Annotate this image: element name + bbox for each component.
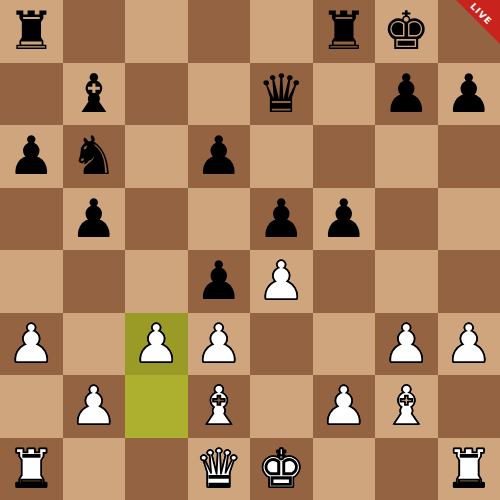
- square-g8[interactable]: ♚: [375, 0, 438, 63]
- square-c3[interactable]: ♟: [125, 313, 188, 376]
- white-pawn-icon[interactable]: ♟: [70, 375, 118, 438]
- black-rook-icon[interactable]: ♜: [7, 0, 55, 63]
- square-f1[interactable]: [313, 438, 376, 500]
- black-pawn-icon[interactable]: ♟: [195, 125, 243, 188]
- square-e6[interactable]: [250, 125, 313, 188]
- square-g5[interactable]: [375, 188, 438, 251]
- square-g4[interactable]: [375, 250, 438, 313]
- square-d1[interactable]: ♛: [188, 438, 251, 500]
- square-g6[interactable]: [375, 125, 438, 188]
- square-e1[interactable]: ♚: [250, 438, 313, 500]
- black-pawn-icon[interactable]: ♟: [195, 250, 243, 313]
- square-a7[interactable]: [0, 63, 63, 126]
- square-b7[interactable]: ♝: [63, 63, 126, 126]
- square-d4[interactable]: ♟: [188, 250, 251, 313]
- square-h6[interactable]: [438, 125, 500, 188]
- white-pawn-icon[interactable]: ♟: [7, 313, 55, 376]
- square-h1[interactable]: ♜: [438, 438, 500, 500]
- square-a2[interactable]: [0, 375, 63, 438]
- black-pawn-icon[interactable]: ♟: [7, 125, 55, 188]
- square-c4[interactable]: [125, 250, 188, 313]
- white-queen-icon[interactable]: ♛: [195, 438, 243, 500]
- white-rook-icon[interactable]: ♜: [445, 438, 493, 500]
- square-a6[interactable]: ♟: [0, 125, 63, 188]
- square-g2[interactable]: ♝: [375, 375, 438, 438]
- square-f8[interactable]: ♜: [313, 0, 376, 63]
- square-h3[interactable]: ♟: [438, 313, 500, 376]
- square-b8[interactable]: [63, 0, 126, 63]
- square-f5[interactable]: ♟: [313, 188, 376, 251]
- square-e7[interactable]: ♛: [250, 63, 313, 126]
- square-e3[interactable]: [250, 313, 313, 376]
- square-c1[interactable]: [125, 438, 188, 500]
- black-pawn-icon[interactable]: ♟: [320, 188, 368, 251]
- square-f4[interactable]: [313, 250, 376, 313]
- black-bishop-icon[interactable]: ♝: [70, 63, 118, 126]
- white-pawn-icon[interactable]: ♟: [320, 375, 368, 438]
- square-a8[interactable]: ♜: [0, 0, 63, 63]
- white-rook-icon[interactable]: ♜: [7, 438, 55, 500]
- square-g3[interactable]: ♟: [375, 313, 438, 376]
- square-g7[interactable]: ♟: [375, 63, 438, 126]
- square-b3[interactable]: [63, 313, 126, 376]
- square-f7[interactable]: [313, 63, 376, 126]
- white-pawn-icon[interactable]: ♟: [445, 313, 493, 376]
- square-e2[interactable]: [250, 375, 313, 438]
- square-b1[interactable]: [63, 438, 126, 500]
- square-h4[interactable]: [438, 250, 500, 313]
- square-b6[interactable]: ♞: [63, 125, 126, 188]
- square-d7[interactable]: [188, 63, 251, 126]
- black-king-icon[interactable]: ♚: [382, 0, 430, 63]
- black-knight-icon[interactable]: ♞: [70, 125, 118, 188]
- square-a5[interactable]: [0, 188, 63, 251]
- square-d2[interactable]: ♝: [188, 375, 251, 438]
- white-pawn-icon[interactable]: ♟: [257, 250, 305, 313]
- white-pawn-icon[interactable]: ♟: [195, 313, 243, 376]
- square-e4[interactable]: ♟: [250, 250, 313, 313]
- black-pawn-icon[interactable]: ♟: [445, 63, 493, 126]
- white-pawn-icon[interactable]: ♟: [382, 313, 430, 376]
- square-d8[interactable]: [188, 0, 251, 63]
- square-d5[interactable]: [188, 188, 251, 251]
- black-rook-icon[interactable]: ♜: [320, 0, 368, 63]
- square-f3[interactable]: [313, 313, 376, 376]
- square-d3[interactable]: ♟: [188, 313, 251, 376]
- square-a3[interactable]: ♟: [0, 313, 63, 376]
- square-d6[interactable]: ♟: [188, 125, 251, 188]
- square-b5[interactable]: ♟: [63, 188, 126, 251]
- square-b4[interactable]: [63, 250, 126, 313]
- white-king-icon[interactable]: ♚: [257, 438, 305, 500]
- square-b2[interactable]: ♟: [63, 375, 126, 438]
- square-f2[interactable]: ♟: [313, 375, 376, 438]
- black-pawn-icon[interactable]: ♟: [382, 63, 430, 126]
- square-h5[interactable]: [438, 188, 500, 251]
- square-c8[interactable]: [125, 0, 188, 63]
- square-e5[interactable]: ♟: [250, 188, 313, 251]
- square-h2[interactable]: [438, 375, 500, 438]
- square-c5[interactable]: [125, 188, 188, 251]
- white-bishop-icon[interactable]: ♝: [195, 375, 243, 438]
- white-bishop-icon[interactable]: ♝: [382, 375, 430, 438]
- black-pawn-icon[interactable]: ♟: [70, 188, 118, 251]
- square-e8[interactable]: [250, 0, 313, 63]
- black-queen-icon[interactable]: ♛: [257, 63, 305, 126]
- white-pawn-icon[interactable]: ♟: [132, 313, 180, 376]
- square-c7[interactable]: [125, 63, 188, 126]
- square-h7[interactable]: ♟: [438, 63, 500, 126]
- black-pawn-icon[interactable]: ♟: [257, 188, 305, 251]
- square-c6[interactable]: [125, 125, 188, 188]
- square-a1[interactable]: ♜: [0, 438, 63, 500]
- square-f6[interactable]: [313, 125, 376, 188]
- square-g1[interactable]: [375, 438, 438, 500]
- chess-board: ♜♜♚♝♛♟♟♟♞♟♟♟♟♟♟♟♟♟♟♟♟♝♟♝♜♛♚♜: [0, 0, 500, 500]
- square-a4[interactable]: [0, 250, 63, 313]
- square-c2[interactable]: [125, 375, 188, 438]
